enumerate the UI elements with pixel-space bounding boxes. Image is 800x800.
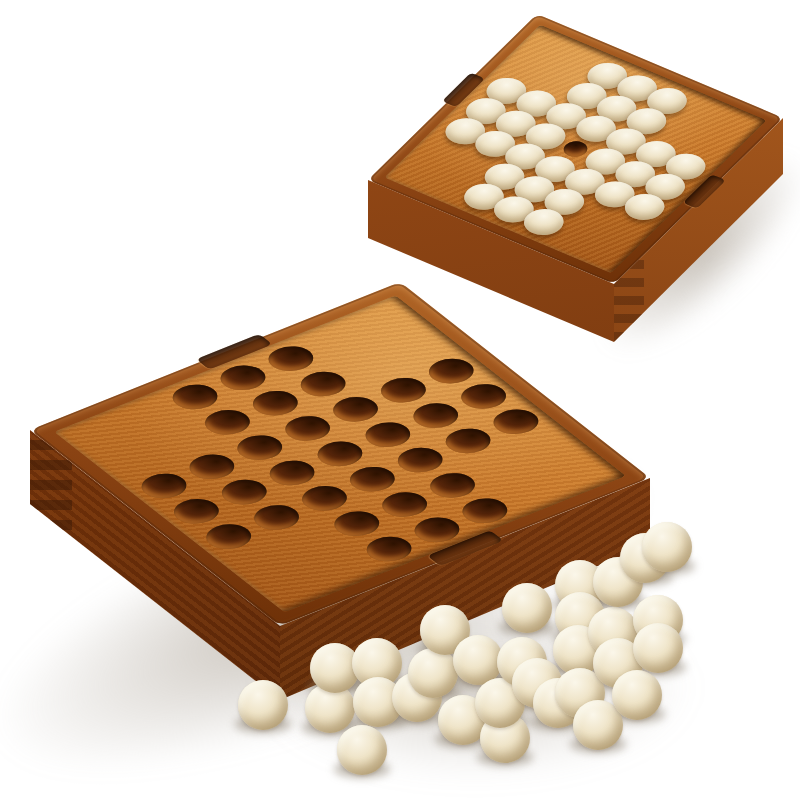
loose-marble[interactable] <box>238 680 288 730</box>
loose-marble[interactable] <box>612 670 662 720</box>
loose-marble[interactable] <box>642 522 692 572</box>
loose-marble[interactable] <box>502 583 552 633</box>
loose-marble[interactable] <box>633 623 683 673</box>
loose-marble-pile <box>0 0 800 800</box>
loose-marble[interactable] <box>337 725 387 775</box>
peg-solitaire-product-photo <box>0 0 800 800</box>
loose-marble[interactable] <box>408 648 458 698</box>
